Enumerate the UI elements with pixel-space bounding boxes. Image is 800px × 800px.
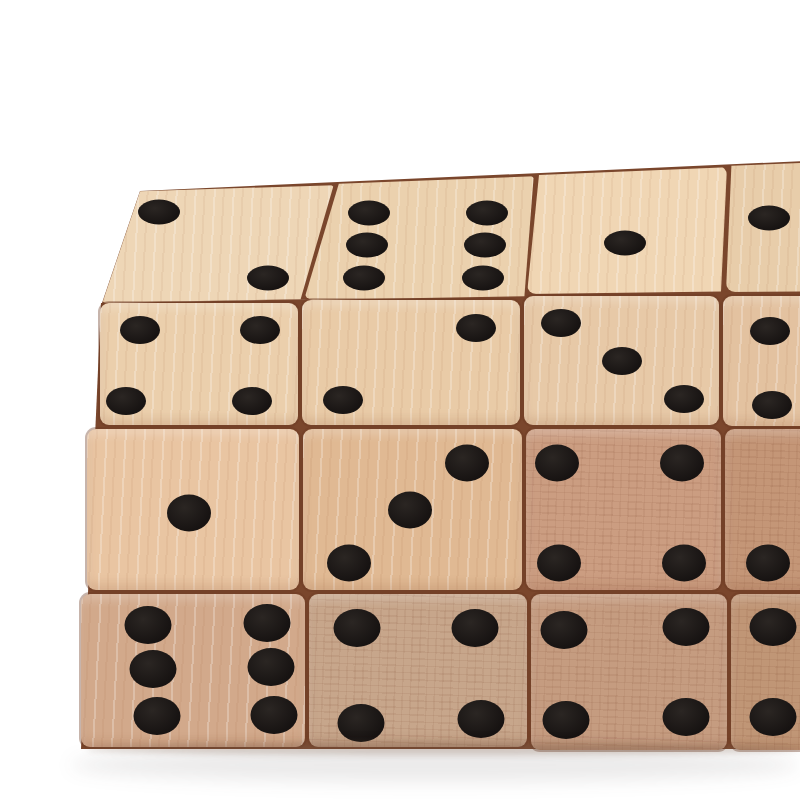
pip bbox=[535, 444, 579, 481]
pip bbox=[748, 205, 790, 230]
pip bbox=[464, 233, 506, 258]
pip bbox=[327, 544, 371, 581]
pip bbox=[664, 385, 704, 413]
pip bbox=[456, 314, 496, 342]
pip bbox=[749, 698, 796, 736]
pip bbox=[232, 387, 272, 415]
die-front-row3-col3 bbox=[531, 594, 727, 750]
die-front-row3-col2 bbox=[309, 594, 527, 747]
pip bbox=[343, 265, 385, 290]
die-top-face-3 bbox=[527, 166, 727, 294]
wooden-dice-stack-photo bbox=[0, 0, 800, 800]
pip bbox=[138, 199, 180, 224]
die-front-row3-col1 bbox=[81, 594, 305, 747]
pip bbox=[604, 230, 646, 255]
pip bbox=[240, 316, 280, 344]
pip bbox=[541, 309, 581, 337]
die-top-face-4 bbox=[726, 159, 800, 292]
pip bbox=[752, 391, 792, 419]
pip bbox=[167, 494, 211, 531]
pip bbox=[250, 696, 297, 734]
pip bbox=[445, 444, 489, 481]
die-front-row1-col1 bbox=[100, 303, 298, 425]
pip bbox=[134, 697, 181, 735]
pip bbox=[120, 316, 160, 344]
pip bbox=[660, 444, 704, 481]
pip bbox=[247, 265, 289, 290]
pip bbox=[333, 609, 380, 647]
pip bbox=[451, 609, 498, 647]
die-front-row3-col4 bbox=[731, 594, 800, 750]
pip bbox=[323, 386, 363, 414]
pip bbox=[750, 317, 790, 345]
pip bbox=[243, 604, 290, 642]
pip bbox=[662, 698, 709, 736]
die-front-row1-col4 bbox=[723, 296, 800, 426]
pip bbox=[248, 648, 295, 686]
pip bbox=[125, 606, 172, 644]
pip bbox=[749, 608, 796, 646]
pip bbox=[338, 704, 385, 742]
pip bbox=[388, 491, 432, 528]
pip bbox=[662, 608, 709, 646]
die-front-row2-col4 bbox=[725, 429, 800, 590]
die-front-row2-col1 bbox=[87, 429, 299, 590]
die-front-row1-col3 bbox=[524, 296, 719, 425]
pip bbox=[106, 387, 146, 415]
pip bbox=[462, 265, 504, 290]
floor-contact-shadow bbox=[86, 743, 798, 755]
pip bbox=[543, 701, 590, 739]
pip bbox=[541, 611, 588, 649]
pip bbox=[602, 347, 642, 375]
pip bbox=[129, 650, 176, 688]
die-front-row2-col2 bbox=[303, 429, 522, 590]
die-front-row1-col2 bbox=[302, 300, 520, 425]
pip bbox=[537, 544, 581, 581]
pip bbox=[746, 544, 790, 581]
pip bbox=[466, 200, 508, 225]
pip bbox=[458, 700, 505, 738]
die-top-face-2 bbox=[304, 175, 536, 300]
pip bbox=[348, 200, 390, 225]
pip bbox=[346, 233, 388, 258]
pip bbox=[662, 544, 706, 581]
die-top-face-1 bbox=[100, 184, 336, 304]
die-front-row2-col3 bbox=[526, 429, 721, 590]
